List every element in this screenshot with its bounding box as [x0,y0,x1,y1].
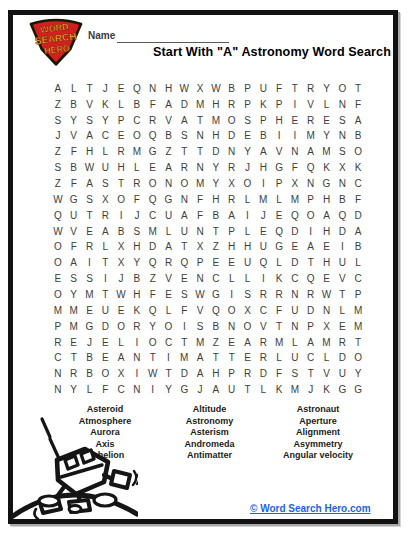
grid-cell[interactable]: L [271,255,287,271]
grid-cell[interactable]: I [176,319,192,335]
grid-cell[interactable]: J [192,382,208,398]
grid-cell[interactable]: T [97,287,113,303]
grid-cell[interactable]: Y [350,366,366,382]
grid-cell[interactable]: B [224,81,240,97]
grid-cell[interactable]: Z [161,144,177,160]
grid-cell[interactable]: M [350,319,366,335]
grid-cell[interactable]: E [208,255,224,271]
grid-cell[interactable]: S [50,113,66,129]
grid-cell[interactable]: A [113,350,129,366]
grid-cell[interactable]: A [176,208,192,224]
grid-cell[interactable]: F [192,208,208,224]
grid-cell[interactable]: S [82,271,98,287]
grid-cell[interactable]: F [350,97,366,113]
grid-cell[interactable]: I [303,224,319,240]
grid-cell[interactable]: O [113,319,129,335]
grid-cell[interactable]: O [334,81,350,97]
grid-cell[interactable]: I [255,271,271,287]
grid-cell[interactable]: T [303,366,319,382]
grid-cell[interactable]: F [66,176,82,192]
grid-cell[interactable]: N [334,129,350,145]
grid-cell[interactable]: J [240,160,256,176]
grid-cell[interactable]: Y [240,144,256,160]
grid-cell[interactable]: K [97,97,113,113]
grid-cell[interactable]: A [82,176,98,192]
grid-cell[interactable]: E [161,287,177,303]
grid-cell[interactable]: R [97,208,113,224]
grid-cell[interactable]: A [319,208,335,224]
grid-cell[interactable]: W [176,81,192,97]
grid-cell[interactable]: T [176,335,192,351]
grid-cell[interactable]: R [303,287,319,303]
grid-cell[interactable]: S [176,287,192,303]
grid-cell[interactable]: R [255,350,271,366]
grid-cell[interactable]: B [66,160,82,176]
grid-cell[interactable]: R [224,192,240,208]
grid-cell[interactable]: J [255,208,271,224]
grid-cell[interactable]: M [319,335,335,351]
grid-cell[interactable]: P [224,366,240,382]
grid-cell[interactable]: Y [208,160,224,176]
grid-cell[interactable]: R [161,255,177,271]
grid-cell[interactable]: Y [97,113,113,129]
grid-cell[interactable]: I [224,287,240,303]
grid-cell[interactable]: N [176,192,192,208]
grid-cell[interactable]: P [113,113,129,129]
grid-cell[interactable]: R [50,335,66,351]
grid-cell[interactable]: O [224,303,240,319]
grid-cell[interactable]: S [82,113,98,129]
grid-cell[interactable]: B [113,224,129,240]
grid-cell[interactable]: T [176,240,192,256]
grid-cell[interactable]: T [303,255,319,271]
grid-cell[interactable]: T [82,208,98,224]
grid-cell[interactable]: D [176,366,192,382]
grid-cell[interactable]: E [176,271,192,287]
grid-cell[interactable]: L [82,382,98,398]
grid-cell[interactable]: E [82,224,98,240]
grid-cell[interactable]: O [240,176,256,192]
grid-cell[interactable]: O [50,255,66,271]
grid-cell[interactable]: Q [271,224,287,240]
grid-cell[interactable]: Q [255,255,271,271]
grid-cell[interactable]: L [161,303,177,319]
grid-cell[interactable]: H [319,255,335,271]
grid-cell[interactable]: L [97,144,113,160]
grid-cell[interactable]: D [303,303,319,319]
grid-cell[interactable]: N [287,319,303,335]
grid-cell[interactable]: X [192,81,208,97]
grid-cell[interactable]: P [350,287,366,303]
grid-cell[interactable]: N [192,271,208,287]
grid-cell[interactable]: N [192,129,208,145]
grid-cell[interactable]: U [240,255,256,271]
grid-cell[interactable]: U [334,366,350,382]
grid-cell[interactable]: V [334,271,350,287]
grid-cell[interactable]: L [240,271,256,287]
grid-cell[interactable]: F [271,366,287,382]
grid-cell[interactable]: K [271,271,287,287]
grid-cell[interactable]: W [208,81,224,97]
grid-cell[interactable]: I [271,129,287,145]
grid-cell[interactable]: B [208,319,224,335]
grid-cell[interactable]: T [350,335,366,351]
grid-cell[interactable]: T [176,144,192,160]
grid-cell[interactable]: J [303,382,319,398]
grid-cell[interactable]: C [129,113,145,129]
grid-cell[interactable]: A [97,224,113,240]
grid-cell[interactable]: Q [303,160,319,176]
grid-cell[interactable]: D [145,240,161,256]
grid-cell[interactable]: O [50,287,66,303]
grid-cell[interactable]: I [161,350,177,366]
grid-cell[interactable]: M [192,176,208,192]
grid-cell[interactable]: W [82,160,98,176]
grid-cell[interactable]: L [255,382,271,398]
grid-cell[interactable]: G [176,382,192,398]
grid-cell[interactable]: C [50,350,66,366]
grid-cell[interactable]: A [161,160,177,176]
grid-cell[interactable]: Q [334,208,350,224]
grid-cell[interactable]: G [271,240,287,256]
grid-cell[interactable]: M [176,350,192,366]
grid-cell[interactable]: Z [50,97,66,113]
grid-cell[interactable]: N [192,160,208,176]
grid-cell[interactable]: T [145,350,161,366]
grid-cell[interactable]: O [303,208,319,224]
grid-cell[interactable]: T [192,144,208,160]
grid-cell[interactable]: M [303,129,319,145]
grid-cell[interactable]: X [319,319,335,335]
grid-cell[interactable]: F [145,287,161,303]
grid-cell[interactable]: M [287,382,303,398]
grid-cell[interactable]: L [240,224,256,240]
grid-cell[interactable]: N [145,81,161,97]
grid-cell[interactable]: P [303,192,319,208]
grid-cell[interactable]: T [287,81,303,97]
grid-cell[interactable]: C [255,303,271,319]
grid-cell[interactable]: K [319,160,335,176]
grid-cell[interactable]: O [350,350,366,366]
grid-cell[interactable]: C [350,176,366,192]
grid-cell[interactable]: Z [208,335,224,351]
grid-cell[interactable]: H [82,144,98,160]
grid-cell[interactable]: E [287,240,303,256]
grid-cell[interactable]: P [271,176,287,192]
grid-cell[interactable]: S [192,319,208,335]
grid-cell[interactable]: L [113,97,129,113]
grid-cell[interactable]: H [319,224,335,240]
grid-cell[interactable]: C [145,208,161,224]
grid-cell[interactable]: D [224,129,240,145]
grid-cell[interactable]: I [287,97,303,113]
grid-cell[interactable]: L [129,160,145,176]
grid-cell[interactable]: R [129,319,145,335]
grid-cell[interactable]: L [271,350,287,366]
grid-cell[interactable]: H [319,192,335,208]
grid-cell[interactable]: Y [319,81,335,97]
grid-cell[interactable]: F [97,382,113,398]
grid-cell[interactable]: X [97,192,113,208]
grid-cell[interactable]: N [129,382,145,398]
grid-cell[interactable]: A [176,113,192,129]
grid-cell[interactable]: D [287,224,303,240]
grid-cell[interactable]: E [255,224,271,240]
grid-cell[interactable]: S [287,366,303,382]
grid-cell[interactable]: L [113,335,129,351]
grid-cell[interactable]: N [334,176,350,192]
grid-cell[interactable]: F [287,160,303,176]
grid-cell[interactable]: E [97,350,113,366]
grid-cell[interactable]: F [271,303,287,319]
grid-cell[interactable]: K [255,97,271,113]
grid-cell[interactable]: B [334,192,350,208]
grid-cell[interactable]: R [129,176,145,192]
grid-cell[interactable]: A [303,335,319,351]
grid-cell[interactable]: D [176,97,192,113]
grid-cell[interactable]: O [97,366,113,382]
grid-cell[interactable]: N [50,382,66,398]
grid-cell[interactable]: E [50,271,66,287]
grid-cell[interactable]: F [176,303,192,319]
grid-cell[interactable]: E [97,335,113,351]
grid-cell[interactable]: A [303,240,319,256]
grid-cell[interactable]: U [255,240,271,256]
grid-cell[interactable]: M [66,319,82,335]
grid-cell[interactable]: B [255,129,271,145]
grid-cell[interactable]: B [350,240,366,256]
grid-cell[interactable]: I [334,240,350,256]
grid-cell[interactable]: I [82,255,98,271]
grid-cell[interactable]: T [192,113,208,129]
grid-cell[interactable]: E [113,81,129,97]
grid-cell[interactable]: P [255,113,271,129]
grid-cell[interactable]: H [113,160,129,176]
grid-cell[interactable]: V [66,224,82,240]
grid-cell[interactable]: B [350,129,366,145]
grid-cell[interactable]: W [145,366,161,382]
grid-cell[interactable]: D [334,224,350,240]
grid-cell[interactable]: T [350,81,366,97]
grid-cell[interactable]: C [303,350,319,366]
grid-cell[interactable]: S [176,129,192,145]
grid-cell[interactable]: Q [145,129,161,145]
grid-cell[interactable]: L [66,81,82,97]
grid-cell[interactable]: Q [176,255,192,271]
grid-cell[interactable]: C [350,271,366,287]
grid-cell[interactable]: L [97,240,113,256]
grid-cell[interactable]: X [224,176,240,192]
grid-cell[interactable]: H [271,113,287,129]
grid-cell[interactable]: K [129,303,145,319]
grid-cell[interactable]: I [240,208,256,224]
grid-cell[interactable]: R [224,160,240,176]
grid-cell[interactable]: C [97,129,113,145]
grid-cell[interactable]: O [145,176,161,192]
grid-cell[interactable]: K [271,382,287,398]
grid-cell[interactable]: B [161,129,177,145]
grid-cell[interactable]: T [82,81,98,97]
grid-cell[interactable]: E [113,303,129,319]
grid-cell[interactable]: T [97,255,113,271]
grid-cell[interactable]: L [240,192,256,208]
grid-cell[interactable]: O [145,335,161,351]
grid-cell[interactable]: Y [129,255,145,271]
grid-cell[interactable]: F [192,192,208,208]
grid-cell[interactable]: R [303,113,319,129]
grid-cell[interactable]: E [224,335,240,351]
grid-cell[interactable]: J [82,335,98,351]
grid-cell[interactable]: H [208,366,224,382]
grid-cell[interactable]: J [129,208,145,224]
grid-cell[interactable]: C [161,335,177,351]
grid-cell[interactable]: H [255,160,271,176]
grid-cell[interactable]: W [319,287,335,303]
grid-cell[interactable]: L [224,271,240,287]
grid-cell[interactable]: R [66,366,82,382]
grid-cell[interactable]: O [129,129,145,145]
grid-cell[interactable]: F [145,97,161,113]
grid-cell[interactable]: T [161,366,177,382]
grid-cell[interactable]: S [82,192,98,208]
grid-cell[interactable]: R [113,144,129,160]
grid-cell[interactable]: G [161,192,177,208]
grid-cell[interactable]: S [97,176,113,192]
grid-cell[interactable]: C [113,382,129,398]
grid-cell[interactable]: I [113,208,129,224]
grid-cell[interactable]: A [161,97,177,113]
grid-cell[interactable]: M [192,335,208,351]
grid-cell[interactable]: U [334,255,350,271]
grid-cell[interactable]: G [82,319,98,335]
grid-cell[interactable]: A [66,255,82,271]
grid-cell[interactable]: T [240,382,256,398]
grid-cell[interactable]: R [255,287,271,303]
grid-cell[interactable]: Y [161,382,177,398]
grid-cell[interactable]: L [319,350,335,366]
grid-cell[interactable]: F [129,192,145,208]
grid-cell[interactable]: H [129,287,145,303]
grid-cell[interactable]: B [129,271,145,287]
grid-cell[interactable]: V [161,271,177,287]
grid-cell[interactable]: Y [66,287,82,303]
grid-cell[interactable]: U [287,350,303,366]
grid-cell[interactable]: B [82,350,98,366]
grid-cell[interactable]: Y [208,176,224,192]
grid-cell[interactable]: S [129,224,145,240]
grid-cell[interactable]: W [113,287,129,303]
grid-cell[interactable]: W [192,287,208,303]
grid-cell[interactable]: N [224,319,240,335]
grid-cell[interactable]: Z [50,144,66,160]
grid-cell[interactable]: B [208,208,224,224]
grid-cell[interactable]: Z [208,240,224,256]
grid-cell[interactable]: G [271,160,287,176]
grid-cell[interactable]: S [334,113,350,129]
grid-cell[interactable]: Q [145,255,161,271]
grid-cell[interactable]: R [224,97,240,113]
grid-cell[interactable]: G [334,382,350,398]
grid-cell[interactable]: N [192,224,208,240]
grid-cell[interactable]: C [208,271,224,287]
grid-cell[interactable]: V [192,303,208,319]
grid-cell[interactable]: E [82,303,98,319]
grid-cell[interactable]: S [50,160,66,176]
grid-cell[interactable]: Q [287,208,303,224]
grid-cell[interactable]: E [224,255,240,271]
grid-cell[interactable]: U [287,303,303,319]
grid-cell[interactable]: O [50,240,66,256]
grid-cell[interactable]: P [224,224,240,240]
grid-cell[interactable]: D [208,144,224,160]
grid-cell[interactable]: E [319,113,335,129]
grid-cell[interactable]: M [319,144,335,160]
grid-cell[interactable]: S [66,271,82,287]
grid-cell[interactable]: I [287,129,303,145]
grid-cell[interactable]: A [82,129,98,145]
grid-cell[interactable]: A [303,144,319,160]
grid-cell[interactable]: M [255,192,271,208]
grid-cell[interactable]: S [334,144,350,160]
grid-cell[interactable]: X [192,240,208,256]
grid-cell[interactable]: E [334,319,350,335]
grid-cell[interactable]: Q [208,303,224,319]
grid-cell[interactable]: Z [145,271,161,287]
grid-cell[interactable]: X [113,255,129,271]
grid-cell[interactable]: E [240,129,256,145]
grid-cell[interactable]: P [303,319,319,335]
grid-cell[interactable]: M [271,335,287,351]
grid-cell[interactable]: S [240,113,256,129]
grid-cell[interactable]: D [287,255,303,271]
grid-cell[interactable]: H [208,129,224,145]
grid-cell[interactable]: A [192,366,208,382]
grid-cell[interactable]: Y [319,129,335,145]
grid-cell[interactable]: I [255,176,271,192]
grid-cell[interactable]: H [240,240,256,256]
grid-cell[interactable]: M [50,303,66,319]
grid-cell[interactable]: G [350,382,366,398]
grid-cell[interactable]: T [224,350,240,366]
grid-cell[interactable]: X [287,176,303,192]
grid-cell[interactable]: G [145,144,161,160]
grid-cell[interactable]: X [240,303,256,319]
grid-cell[interactable]: M [287,192,303,208]
grid-cell[interactable]: E [145,160,161,176]
grid-cell[interactable]: U [161,208,177,224]
grid-cell[interactable]: M [66,303,82,319]
grid-cell[interactable]: X [113,366,129,382]
grid-cell[interactable]: I [129,335,145,351]
grid-cell[interactable]: U [97,303,113,319]
grid-cell[interactable]: U [97,160,113,176]
grid-cell[interactable]: H [224,240,240,256]
grid-cell[interactable]: B [66,97,82,113]
grid-cell[interactable]: K [319,382,335,398]
grid-cell[interactable]: O [240,319,256,335]
grid-cell[interactable]: O [350,144,366,160]
grid-cell[interactable]: N [129,350,145,366]
grid-cell[interactable]: T [271,319,287,335]
grid-cell[interactable]: P [192,255,208,271]
grid-cell[interactable]: V [255,319,271,335]
grid-cell[interactable]: H [208,97,224,113]
grid-cell[interactable]: R [303,81,319,97]
grid-cell[interactable]: N [319,303,335,319]
grid-cell[interactable]: A [208,382,224,398]
grid-cell[interactable]: E [319,240,335,256]
grid-cell[interactable]: M [208,113,224,129]
